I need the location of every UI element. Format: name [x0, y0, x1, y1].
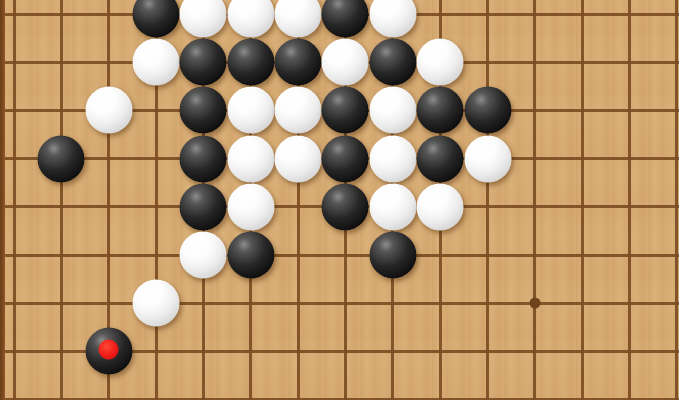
white-stone — [417, 183, 464, 230]
white-stone — [133, 39, 180, 86]
black-stone — [322, 0, 369, 38]
white-stone — [369, 183, 416, 230]
black-stone — [85, 328, 132, 375]
black-stone — [322, 183, 369, 230]
black-stone — [369, 39, 416, 86]
white-stone — [369, 0, 416, 38]
black-stone — [417, 87, 464, 134]
black-stone — [464, 87, 511, 134]
white-stone — [369, 135, 416, 182]
white-stone — [180, 232, 227, 279]
white-stone — [275, 87, 322, 134]
game-screenshot — [0, 0, 679, 400]
black-stone — [227, 39, 274, 86]
white-stone — [133, 280, 180, 327]
star-point — [529, 298, 540, 309]
white-stone — [180, 0, 227, 38]
black-stone — [180, 39, 227, 86]
black-stone — [322, 87, 369, 134]
grid-line-horizontal — [5, 302, 679, 305]
white-stone — [369, 87, 416, 134]
white-stone — [227, 183, 274, 230]
black-stone — [322, 135, 369, 182]
black-stone — [133, 0, 180, 38]
black-stone — [180, 183, 227, 230]
white-stone — [85, 87, 132, 134]
grid-line-horizontal — [5, 254, 679, 257]
black-stone — [369, 232, 416, 279]
black-stone — [180, 87, 227, 134]
white-stone — [227, 0, 274, 38]
last-move-marker — [99, 340, 119, 360]
white-stone — [322, 39, 369, 86]
white-stone — [417, 39, 464, 86]
black-stone — [417, 135, 464, 182]
white-stone — [275, 0, 322, 38]
go-board[interactable] — [0, 0, 679, 400]
white-stone — [464, 135, 511, 182]
black-stone — [227, 232, 274, 279]
white-stone — [227, 135, 274, 182]
black-stone — [275, 39, 322, 86]
black-stone — [180, 135, 227, 182]
black-stone — [38, 135, 85, 182]
white-stone — [275, 135, 322, 182]
white-stone — [227, 87, 274, 134]
